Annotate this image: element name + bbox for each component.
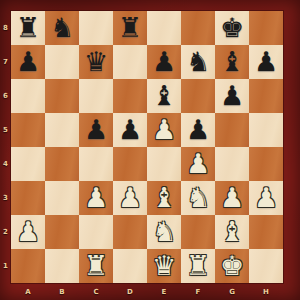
square-d4[interactable] <box>113 147 147 181</box>
square-e3[interactable]: ♝ <box>147 181 181 215</box>
square-a2[interactable]: ♟ <box>11 215 45 249</box>
piece-black-pawn[interactable]: ♟ <box>79 113 113 147</box>
file-label-d: D <box>113 284 147 300</box>
piece-white-queen[interactable]: ♛ <box>147 249 181 283</box>
file-label-g: G <box>215 284 249 300</box>
piece-white-bishop[interactable]: ♝ <box>147 181 181 215</box>
square-c4[interactable] <box>79 147 113 181</box>
square-a8[interactable]: ♜ <box>11 11 45 45</box>
square-g1[interactable]: ♚ <box>215 249 249 283</box>
square-f3[interactable]: ♞ <box>181 181 215 215</box>
piece-white-pawn[interactable]: ♟ <box>11 215 45 249</box>
square-c6[interactable] <box>79 79 113 113</box>
square-b8[interactable]: ♞ <box>45 11 79 45</box>
square-g6[interactable]: ♟ <box>215 79 249 113</box>
piece-black-pawn[interactable]: ♟ <box>147 45 181 79</box>
piece-black-rook[interactable]: ♜ <box>11 11 45 45</box>
piece-white-pawn[interactable]: ♟ <box>249 181 283 215</box>
square-e2[interactable]: ♞ <box>147 215 181 249</box>
square-h1[interactable] <box>249 249 283 283</box>
square-c3[interactable]: ♟ <box>79 181 113 215</box>
square-b1[interactable] <box>45 249 79 283</box>
piece-black-queen[interactable]: ♛ <box>79 45 113 79</box>
square-c7[interactable]: ♛ <box>79 45 113 79</box>
piece-black-knight[interactable]: ♞ <box>45 11 79 45</box>
square-d8[interactable]: ♜ <box>113 11 147 45</box>
chess-board: ♜♞♜♚♟♛♟♞♝♟♝♟♟♟♟♟♟♟♟♝♞♟♟♟♞♝♜♛♜♚ <box>11 11 283 283</box>
square-b2[interactable] <box>45 215 79 249</box>
square-a1[interactable] <box>11 249 45 283</box>
piece-black-rook[interactable]: ♜ <box>113 11 147 45</box>
piece-black-pawn[interactable]: ♟ <box>11 45 45 79</box>
rank-label-1: 1 <box>0 249 11 283</box>
square-c2[interactable] <box>79 215 113 249</box>
file-label-a: A <box>11 284 45 300</box>
piece-white-rook[interactable]: ♜ <box>181 249 215 283</box>
square-c8[interactable] <box>79 11 113 45</box>
rank-label-7: 7 <box>0 45 11 79</box>
piece-black-bishop[interactable]: ♝ <box>147 79 181 113</box>
piece-black-pawn[interactable]: ♟ <box>215 79 249 113</box>
square-g5[interactable] <box>215 113 249 147</box>
square-g3[interactable]: ♟ <box>215 181 249 215</box>
square-a7[interactable]: ♟ <box>11 45 45 79</box>
square-c1[interactable]: ♜ <box>79 249 113 283</box>
square-b7[interactable] <box>45 45 79 79</box>
square-c5[interactable]: ♟ <box>79 113 113 147</box>
square-f2[interactable] <box>181 215 215 249</box>
piece-white-king[interactable]: ♚ <box>215 249 249 283</box>
square-a4[interactable] <box>11 147 45 181</box>
square-h7[interactable]: ♟ <box>249 45 283 79</box>
square-h5[interactable] <box>249 113 283 147</box>
square-e5[interactable]: ♟ <box>147 113 181 147</box>
square-g8[interactable]: ♚ <box>215 11 249 45</box>
square-g2[interactable]: ♝ <box>215 215 249 249</box>
square-h6[interactable] <box>249 79 283 113</box>
square-a5[interactable] <box>11 113 45 147</box>
square-a3[interactable] <box>11 181 45 215</box>
square-b4[interactable] <box>45 147 79 181</box>
square-d2[interactable] <box>113 215 147 249</box>
square-d6[interactable] <box>113 79 147 113</box>
rank-label-3: 3 <box>0 181 11 215</box>
square-h3[interactable]: ♟ <box>249 181 283 215</box>
rank-label-6: 6 <box>0 79 11 113</box>
piece-black-pawn[interactable]: ♟ <box>181 113 215 147</box>
square-d3[interactable]: ♟ <box>113 181 147 215</box>
square-g4[interactable] <box>215 147 249 181</box>
piece-white-pawn[interactable]: ♟ <box>215 181 249 215</box>
rank-label-2: 2 <box>0 215 11 249</box>
rank-label-4: 4 <box>0 147 11 181</box>
square-b6[interactable] <box>45 79 79 113</box>
piece-black-pawn[interactable]: ♟ <box>113 113 147 147</box>
piece-white-knight[interactable]: ♞ <box>181 181 215 215</box>
piece-white-pawn[interactable]: ♟ <box>113 181 147 215</box>
square-h4[interactable] <box>249 147 283 181</box>
square-f1[interactable]: ♜ <box>181 249 215 283</box>
board-frame: ♜♞♜♚♟♛♟♞♝♟♝♟♟♟♟♟♟♟♟♝♞♟♟♟♞♝♜♛♜♚ 87654321 … <box>0 0 300 300</box>
file-label-c: C <box>79 284 113 300</box>
square-f4[interactable]: ♟ <box>181 147 215 181</box>
square-e7[interactable]: ♟ <box>147 45 181 79</box>
piece-white-pawn[interactable]: ♟ <box>147 113 181 147</box>
piece-white-pawn[interactable]: ♟ <box>181 147 215 181</box>
square-f5[interactable]: ♟ <box>181 113 215 147</box>
square-b5[interactable] <box>45 113 79 147</box>
square-d5[interactable]: ♟ <box>113 113 147 147</box>
file-label-h: H <box>249 284 283 300</box>
piece-white-rook[interactable]: ♜ <box>79 249 113 283</box>
square-e6[interactable]: ♝ <box>147 79 181 113</box>
square-f7[interactable]: ♞ <box>181 45 215 79</box>
square-e4[interactable] <box>147 147 181 181</box>
piece-white-pawn[interactable]: ♟ <box>79 181 113 215</box>
piece-black-pawn[interactable]: ♟ <box>249 45 283 79</box>
file-label-b: B <box>45 284 79 300</box>
piece-black-knight[interactable]: ♞ <box>181 45 215 79</box>
rank-label-8: 8 <box>0 11 11 45</box>
piece-black-bishop[interactable]: ♝ <box>215 45 249 79</box>
file-label-e: E <box>147 284 181 300</box>
rank-label-5: 5 <box>0 113 11 147</box>
piece-black-king[interactable]: ♚ <box>215 11 249 45</box>
square-e1[interactable]: ♛ <box>147 249 181 283</box>
piece-white-knight[interactable]: ♞ <box>147 215 181 249</box>
square-f8[interactable] <box>181 11 215 45</box>
square-b3[interactable] <box>45 181 79 215</box>
square-f6[interactable] <box>181 79 215 113</box>
file-label-f: F <box>181 284 215 300</box>
square-a6[interactable] <box>11 79 45 113</box>
square-d7[interactable] <box>113 45 147 79</box>
piece-white-bishop[interactable]: ♝ <box>215 215 249 249</box>
square-h8[interactable] <box>249 11 283 45</box>
square-g7[interactable]: ♝ <box>215 45 249 79</box>
square-e8[interactable] <box>147 11 181 45</box>
square-d1[interactable] <box>113 249 147 283</box>
square-h2[interactable] <box>249 215 283 249</box>
